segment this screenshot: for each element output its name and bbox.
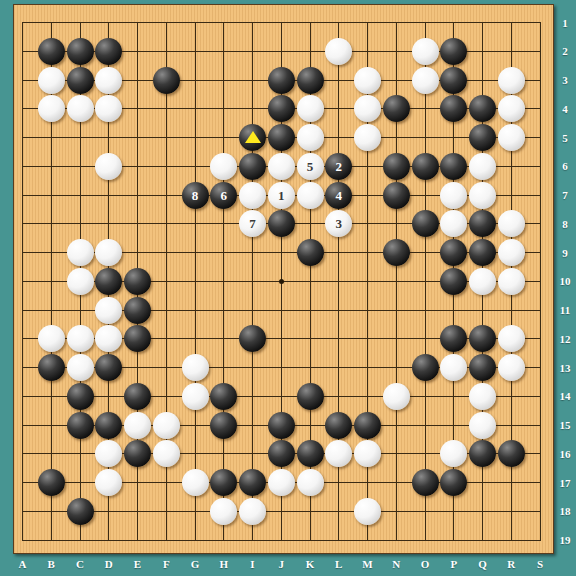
stone-E11 (124, 297, 151, 324)
stone-B17 (38, 469, 65, 496)
stone-G14 (182, 383, 209, 410)
stone-L7: 4 (325, 182, 352, 209)
stone-Q15 (469, 412, 496, 439)
stone-C12 (67, 325, 94, 352)
stone-E15 (124, 412, 151, 439)
stone-Q7 (469, 182, 496, 209)
coord-label-col-B: B (48, 558, 55, 570)
stone-H14 (210, 383, 237, 410)
coord-label-col-O: O (421, 558, 430, 570)
move-number-label: 1 (268, 182, 295, 209)
stone-M15 (354, 412, 381, 439)
stone-C14 (67, 383, 94, 410)
move-number-label: 5 (297, 153, 324, 180)
coord-label-row-3: 3 (562, 74, 568, 86)
stone-I17 (239, 469, 266, 496)
coord-label-row-8: 8 (562, 218, 568, 230)
move-number-label: 6 (210, 182, 237, 209)
stone-O8 (412, 210, 439, 237)
stone-R8 (498, 210, 525, 237)
coord-label-col-S: S (537, 558, 543, 570)
stone-C10 (67, 268, 94, 295)
stone-P6 (440, 153, 467, 180)
stone-C13 (67, 354, 94, 381)
stone-O3 (412, 67, 439, 94)
coord-label-row-18: 18 (560, 505, 571, 517)
stone-J15 (268, 412, 295, 439)
move-number-label: 8 (182, 182, 209, 209)
stone-L2 (325, 38, 352, 65)
coord-label-row-17: 17 (560, 477, 571, 489)
stone-R9 (498, 239, 525, 266)
stone-H18 (210, 498, 237, 525)
stone-Q9 (469, 239, 496, 266)
stone-K17 (297, 469, 324, 496)
stone-E10 (124, 268, 151, 295)
stone-O13 (412, 354, 439, 381)
stone-J17 (268, 469, 295, 496)
coord-label-row-14: 14 (560, 390, 571, 402)
stone-O6 (412, 153, 439, 180)
stone-K4 (297, 95, 324, 122)
stone-J16 (268, 440, 295, 467)
coord-label-row-2: 2 (562, 45, 568, 57)
stone-G17 (182, 469, 209, 496)
go-board-app: 52861473 ABCDEFGHIJKLMNOPQRS123456789101… (0, 0, 576, 576)
coord-label-row-6: 6 (562, 160, 568, 172)
coord-label-row-15: 15 (560, 419, 571, 431)
stone-N6 (383, 153, 410, 180)
stone-P3 (440, 67, 467, 94)
stone-R16 (498, 440, 525, 467)
stone-F15 (153, 412, 180, 439)
stone-M3 (354, 67, 381, 94)
coord-label-row-1: 1 (562, 17, 568, 29)
stone-B12 (38, 325, 65, 352)
stone-J4 (268, 95, 295, 122)
stone-K16 (297, 440, 324, 467)
coord-label-row-9: 9 (562, 247, 568, 259)
stone-R5 (498, 124, 525, 151)
stone-C3 (67, 67, 94, 94)
stone-J7: 1 (268, 182, 295, 209)
stone-G13 (182, 354, 209, 381)
stone-B13 (38, 354, 65, 381)
coord-label-row-4: 4 (562, 103, 568, 115)
stone-C18 (67, 498, 94, 525)
stone-O17 (412, 469, 439, 496)
stone-P2 (440, 38, 467, 65)
stone-R12 (498, 325, 525, 352)
stone-R4 (498, 95, 525, 122)
stone-C4 (67, 95, 94, 122)
stone-Q14 (469, 383, 496, 410)
triangle-marker (245, 131, 261, 143)
stone-J6 (268, 153, 295, 180)
stone-I7 (239, 182, 266, 209)
stone-K3 (297, 67, 324, 94)
coord-label-col-A: A (19, 558, 27, 570)
stone-B3 (38, 67, 65, 94)
stone-I5 (239, 124, 266, 151)
coord-label-row-16: 16 (560, 448, 571, 460)
stone-D10 (95, 268, 122, 295)
stone-P10 (440, 268, 467, 295)
coord-label-col-Q: Q (478, 558, 487, 570)
stone-R13 (498, 354, 525, 381)
stone-D11 (95, 297, 122, 324)
coord-label-row-5: 5 (562, 132, 568, 144)
stone-M18 (354, 498, 381, 525)
coord-label-col-J: J (279, 558, 285, 570)
stone-K14 (297, 383, 324, 410)
stone-C2 (67, 38, 94, 65)
stone-Q6 (469, 153, 496, 180)
stone-K6: 5 (297, 153, 324, 180)
coord-label-row-19: 19 (560, 534, 571, 546)
stone-H6 (210, 153, 237, 180)
stone-I8: 7 (239, 210, 266, 237)
stone-G7: 8 (182, 182, 209, 209)
stone-H15 (210, 412, 237, 439)
stone-Q13 (469, 354, 496, 381)
coord-label-col-E: E (134, 558, 141, 570)
stone-F16 (153, 440, 180, 467)
coord-label-row-12: 12 (560, 333, 571, 345)
stone-J8 (268, 210, 295, 237)
coord-label-row-7: 7 (562, 189, 568, 201)
coord-label-row-10: 10 (560, 275, 571, 287)
stone-I6 (239, 153, 266, 180)
stone-L15 (325, 412, 352, 439)
star-point (279, 279, 284, 284)
stone-H7: 6 (210, 182, 237, 209)
coord-label-row-13: 13 (560, 362, 571, 374)
coord-label-col-M: M (362, 558, 372, 570)
stone-E14 (124, 383, 151, 410)
stone-P7 (440, 182, 467, 209)
stone-I18 (239, 498, 266, 525)
stone-N9 (383, 239, 410, 266)
stone-K9 (297, 239, 324, 266)
coord-label-col-I: I (250, 558, 254, 570)
move-number-label: 4 (325, 182, 352, 209)
stone-Q10 (469, 268, 496, 295)
stone-O2 (412, 38, 439, 65)
coord-label-row-11: 11 (560, 304, 570, 316)
stone-R3 (498, 67, 525, 94)
stone-C15 (67, 412, 94, 439)
coord-label-col-D: D (105, 558, 113, 570)
stone-L8: 3 (325, 210, 352, 237)
coord-label-col-L: L (335, 558, 342, 570)
stone-D6 (95, 153, 122, 180)
stone-M5 (354, 124, 381, 151)
move-number-label: 2 (325, 153, 352, 180)
stone-D3 (95, 67, 122, 94)
coord-label-col-K: K (306, 558, 315, 570)
stone-R10 (498, 268, 525, 295)
coord-label-col-G: G (191, 558, 200, 570)
stone-J3 (268, 67, 295, 94)
stone-C9 (67, 239, 94, 266)
stone-N4 (383, 95, 410, 122)
stone-N14 (383, 383, 410, 410)
coord-label-col-P: P (450, 558, 457, 570)
stone-N7 (383, 182, 410, 209)
stone-B4 (38, 95, 65, 122)
stone-K5 (297, 124, 324, 151)
coord-label-col-C: C (76, 558, 84, 570)
stone-B2 (38, 38, 65, 65)
stone-D15 (95, 412, 122, 439)
coord-label-col-R: R (507, 558, 515, 570)
coord-label-col-F: F (163, 558, 170, 570)
stone-K7 (297, 182, 324, 209)
stone-J5 (268, 124, 295, 151)
stone-L6: 2 (325, 153, 352, 180)
stone-D2 (95, 38, 122, 65)
coord-label-col-H: H (219, 558, 228, 570)
move-number-label: 7 (239, 210, 266, 237)
coord-label-col-N: N (392, 558, 400, 570)
stone-Q5 (469, 124, 496, 151)
move-number-label: 3 (325, 210, 352, 237)
stone-F3 (153, 67, 180, 94)
